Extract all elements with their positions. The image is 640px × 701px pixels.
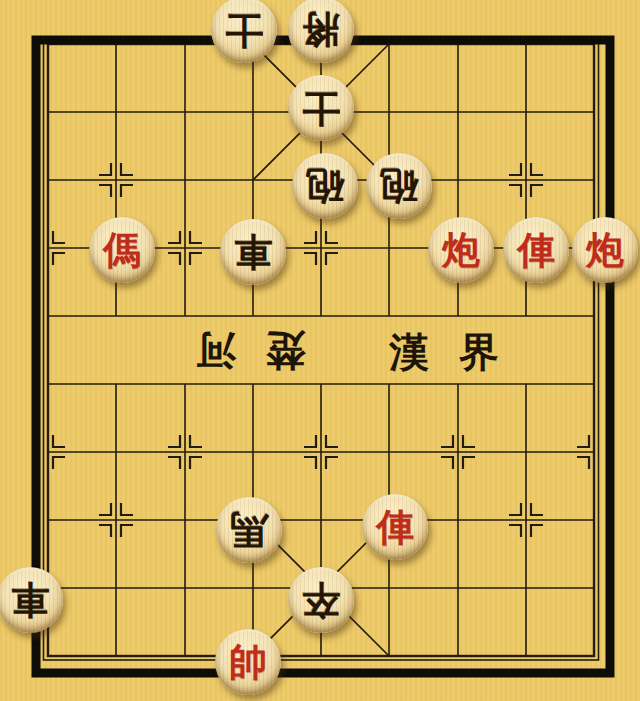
piece-black-soldier[interactable]: 卒 bbox=[288, 567, 354, 633]
piece-red-cannon[interactable]: 炮 bbox=[572, 217, 638, 283]
piece-red-chariot[interactable]: 俥 bbox=[503, 217, 569, 283]
black-chariot-glyph: 車 bbox=[11, 581, 49, 619]
black-advisor-glyph: 士 bbox=[302, 89, 340, 127]
piece-black-chariot[interactable]: 車 bbox=[220, 219, 286, 285]
xiangqi-board: 楚河 漢界 士將士砲砲傌車炮俥炮馬俥車卒帥 bbox=[0, 0, 640, 701]
red-chariot-glyph: 俥 bbox=[517, 231, 555, 269]
piece-black-advisor[interactable]: 士 bbox=[288, 75, 354, 141]
piece-black-cannon[interactable]: 砲 bbox=[292, 153, 358, 219]
piece-black-advisor[interactable]: 士 bbox=[211, 0, 277, 63]
piece-red-horse[interactable]: 傌 bbox=[89, 217, 155, 283]
piece-black-cannon[interactable]: 砲 bbox=[366, 153, 432, 219]
red-chariot-glyph: 俥 bbox=[376, 508, 414, 546]
piece-red-cannon[interactable]: 炮 bbox=[428, 217, 494, 283]
red-cannon-glyph: 炮 bbox=[586, 231, 624, 269]
black-cannon-glyph: 砲 bbox=[380, 167, 418, 205]
black-general-glyph: 將 bbox=[302, 11, 340, 49]
black-soldier-glyph: 卒 bbox=[302, 581, 340, 619]
black-advisor-glyph: 士 bbox=[225, 11, 263, 49]
black-horse-glyph: 馬 bbox=[230, 511, 268, 549]
piece-red-general[interactable]: 帥 bbox=[215, 629, 281, 695]
red-general-glyph: 帥 bbox=[229, 643, 267, 681]
piece-black-chariot[interactable]: 車 bbox=[0, 567, 63, 633]
black-cannon-glyph: 砲 bbox=[306, 167, 344, 205]
piece-red-chariot[interactable]: 俥 bbox=[362, 494, 428, 560]
black-chariot-glyph: 車 bbox=[234, 233, 272, 271]
red-horse-glyph: 傌 bbox=[103, 231, 141, 269]
piece-black-horse[interactable]: 馬 bbox=[216, 497, 282, 563]
piece-black-general[interactable]: 將 bbox=[288, 0, 354, 63]
pieces-layer: 士將士砲砲傌車炮俥炮馬俥車卒帥 bbox=[0, 0, 640, 701]
red-cannon-glyph: 炮 bbox=[442, 231, 480, 269]
